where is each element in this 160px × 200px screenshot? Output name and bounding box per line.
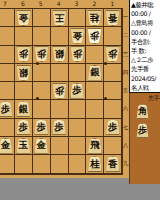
square-1二[interactable] xyxy=(104,27,122,45)
hand-piece-歩[interactable]: 歩 xyxy=(136,123,149,138)
shogi-piece-sente-歩[interactable]: 歩 xyxy=(34,119,49,135)
rank-label-八: 八 xyxy=(122,136,129,154)
square-4七[interactable]: 歩 xyxy=(51,119,69,137)
star-point xyxy=(36,62,39,65)
file-label-6: 6 xyxy=(14,0,32,8)
square-3八[interactable] xyxy=(69,137,87,155)
square-6一[interactable]: 金 xyxy=(15,9,33,27)
square-2四[interactable]: 銀 xyxy=(86,64,104,82)
piece-stand-label: 先手 xyxy=(148,94,160,103)
shogi-piece-gote-歩[interactable]: 歩 xyxy=(34,46,49,62)
square-5八[interactable]: 金 xyxy=(33,137,51,155)
square-6七[interactable]: 歩 xyxy=(15,119,33,137)
square-1五[interactable] xyxy=(104,82,122,100)
file-label-3: 3 xyxy=(68,0,86,8)
shogi-app-window: 7654321 金王桂香金歩歩歩銀歩歩銀銀歩歩歩銀歩歩歩歩金玉金飛桂香 一二三四… xyxy=(0,0,160,200)
shogi-piece-sente-銀[interactable]: 銀 xyxy=(87,65,102,81)
sente-piece-stand: 先手 角歩 xyxy=(129,93,160,184)
rank-label-五: 五 xyxy=(122,81,129,99)
square-1四[interactable] xyxy=(104,64,122,82)
star-point xyxy=(104,62,107,65)
square-4一[interactable]: 王 xyxy=(51,9,69,27)
shogi-piece-gote-桂[interactable]: 桂 xyxy=(87,10,102,26)
square-3三[interactable]: 歩 xyxy=(69,46,87,64)
shogi-piece-gote-王[interactable]: 王 xyxy=(52,10,67,26)
info-line-4: 手合割: xyxy=(130,37,160,46)
square-5九[interactable] xyxy=(33,155,51,173)
file-label-2: 2 xyxy=(85,0,103,8)
square-5七[interactable]: 歩 xyxy=(33,119,51,137)
square-6二[interactable] xyxy=(15,27,33,45)
rank-label-六: 六 xyxy=(122,99,129,117)
shogi-piece-sente-歩[interactable]: 歩 xyxy=(52,119,67,135)
shogi-piece-sente-飛[interactable]: 飛 xyxy=(87,138,102,154)
square-2二[interactable]: 歩 xyxy=(86,27,104,45)
board-grid: 金王桂香金歩歩歩銀歩歩銀銀歩歩歩銀歩歩歩歩金玉金飛桂香 xyxy=(0,8,123,175)
square-6四[interactable]: 銀 xyxy=(15,64,33,82)
square-4八[interactable] xyxy=(51,137,69,155)
square-6三[interactable]: 歩 xyxy=(15,46,33,64)
square-3四[interactable] xyxy=(69,64,87,82)
square-6五[interactable] xyxy=(15,82,33,100)
shogi-piece-sente-歩[interactable]: 歩 xyxy=(105,119,120,135)
square-7六[interactable]: 歩 xyxy=(0,100,15,118)
info-line-2: △豊島将 xyxy=(130,18,160,27)
hand-piece-角[interactable]: 角 xyxy=(136,104,149,119)
square-5二[interactable] xyxy=(33,27,51,45)
shogi-piece-gote-金[interactable]: 金 xyxy=(16,10,31,26)
file-label-1: 1 xyxy=(103,0,121,8)
square-2七[interactable] xyxy=(86,119,104,137)
info-line-9: 名人戦 xyxy=(130,83,160,92)
square-5三[interactable]: 歩 xyxy=(33,46,51,64)
rank-label-二: 二 xyxy=(122,26,129,44)
square-1六[interactable] xyxy=(104,100,122,118)
shogi-piece-gote-歩[interactable]: 歩 xyxy=(70,46,85,62)
square-3七[interactable] xyxy=(69,119,87,137)
square-3二[interactable]: 金 xyxy=(69,27,87,45)
square-2八[interactable]: 飛 xyxy=(86,137,104,155)
pieces-in-hand: 角歩 xyxy=(136,104,149,142)
square-2五[interactable] xyxy=(86,82,104,100)
info-line-8: 2024/05/ xyxy=(130,74,160,83)
info-line-1: 00:00 / xyxy=(130,9,160,18)
shogi-piece-gote-銀[interactable]: 銀 xyxy=(52,46,67,62)
square-7五[interactable] xyxy=(0,82,15,100)
shogi-piece-gote-銀[interactable]: 銀 xyxy=(16,65,31,81)
shogi-piece-gote-金[interactable]: 金 xyxy=(70,28,85,44)
shogi-piece-gote-歩[interactable]: 歩 xyxy=(105,46,120,62)
shogi-piece-sente-金[interactable]: 金 xyxy=(0,138,13,154)
shogi-piece-sente-桂[interactable]: 桂 xyxy=(87,156,102,172)
square-2九[interactable]: 桂 xyxy=(86,155,104,173)
square-3六[interactable] xyxy=(69,100,87,118)
shogi-piece-gote-歩[interactable]: 歩 xyxy=(52,83,67,99)
square-7八[interactable]: 金 xyxy=(0,137,15,155)
rank-label-九: 九 xyxy=(122,154,129,172)
square-5六[interactable] xyxy=(33,100,51,118)
file-label-5: 5 xyxy=(32,0,50,8)
square-4四[interactable] xyxy=(51,64,69,82)
square-5一[interactable] xyxy=(33,9,51,27)
square-4二[interactable] xyxy=(51,27,69,45)
square-7四[interactable] xyxy=(0,64,15,82)
square-2六[interactable] xyxy=(86,100,104,118)
rank-label-三: 三 xyxy=(122,45,129,63)
square-4九[interactable] xyxy=(51,155,69,173)
shogi-piece-gote-歩[interactable]: 歩 xyxy=(87,28,102,44)
shogi-board: 7654321 金王桂香金歩歩歩銀歩歩銀銀歩歩歩銀歩歩歩歩金玉金飛桂香 一二三四… xyxy=(0,0,129,178)
square-5四[interactable] xyxy=(33,64,51,82)
square-4六[interactable] xyxy=(51,100,69,118)
square-2三[interactable] xyxy=(86,46,104,64)
info-line-0: ▲藤井聡 xyxy=(130,0,160,9)
square-6八[interactable]: 玉 xyxy=(15,137,33,155)
rank-label-七: 七 xyxy=(122,118,129,136)
file-labels: 7654321 xyxy=(0,0,121,8)
square-1三[interactable]: 歩 xyxy=(104,46,122,64)
square-2一[interactable]: 桂 xyxy=(86,9,104,27)
star-point xyxy=(36,97,39,100)
info-line-6: △２二歩 xyxy=(130,55,160,64)
shogi-piece-sente-玉[interactable]: 玉 xyxy=(16,138,31,154)
rank-label-四: 四 xyxy=(122,63,129,81)
square-7二[interactable] xyxy=(0,27,15,45)
shogi-piece-sente-歩[interactable]: 歩 xyxy=(16,119,31,135)
shogi-piece-gote-歩[interactable]: 歩 xyxy=(16,46,31,62)
square-1七[interactable]: 歩 xyxy=(104,119,122,137)
file-label-7: 7 xyxy=(0,0,14,8)
game-info-panel: ▲藤井聡00:00 /△豊島将00:00 /手合割:手 数:△２二歩先手番202… xyxy=(129,0,160,93)
square-6九[interactable] xyxy=(15,155,33,173)
shogi-piece-sente-歩[interactable]: 歩 xyxy=(70,83,85,99)
square-7七[interactable] xyxy=(0,119,15,137)
square-6六[interactable]: 銀 xyxy=(15,100,33,118)
shogi-piece-gote-香[interactable]: 香 xyxy=(105,10,120,26)
square-4五[interactable]: 歩 xyxy=(51,82,69,100)
square-1九[interactable]: 香 xyxy=(104,155,122,173)
info-line-5: 手 数: xyxy=(130,46,160,55)
file-label-4: 4 xyxy=(50,0,68,8)
square-1一[interactable]: 香 xyxy=(104,9,122,27)
shogi-piece-sente-銀[interactable]: 銀 xyxy=(16,101,31,117)
square-7一[interactable] xyxy=(0,9,15,27)
rank-labels: 一二三四五六七八九 xyxy=(122,8,129,173)
info-line-3: 00:00 / xyxy=(130,28,160,37)
shogi-piece-sente-香[interactable]: 香 xyxy=(105,156,120,172)
square-7九[interactable] xyxy=(0,155,15,173)
shogi-piece-sente-歩[interactable]: 歩 xyxy=(0,101,13,117)
square-3五[interactable]: 歩 xyxy=(69,82,87,100)
square-7三[interactable] xyxy=(0,46,15,64)
info-line-7: 先手番 xyxy=(130,64,160,73)
rank-label-一: 一 xyxy=(122,8,129,26)
star-point xyxy=(104,97,107,100)
square-1八[interactable] xyxy=(104,137,122,155)
square-3一[interactable] xyxy=(69,9,87,27)
shogi-piece-sente-金[interactable]: 金 xyxy=(34,138,49,154)
square-3九[interactable] xyxy=(69,155,87,173)
square-4三[interactable]: 銀 xyxy=(51,46,69,64)
